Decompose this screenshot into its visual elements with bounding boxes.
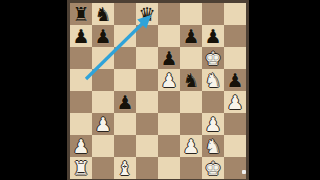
square-a3[interactable] xyxy=(70,113,92,135)
square-b8[interactable]: ♞ xyxy=(92,3,114,25)
square-c5[interactable] xyxy=(114,69,136,91)
square-g3[interactable]: ♟ xyxy=(202,113,224,135)
square-c7[interactable] xyxy=(114,25,136,47)
square-h7[interactable] xyxy=(224,25,246,47)
white-knight-g2: ♞ xyxy=(204,135,221,157)
black-pawn-a7: ♟ xyxy=(72,25,89,47)
square-d7[interactable] xyxy=(136,25,158,47)
square-e1[interactable] xyxy=(158,157,180,179)
square-a4[interactable] xyxy=(70,91,92,113)
white-rook-a1: ♜ xyxy=(72,157,89,179)
square-a6[interactable] xyxy=(70,47,92,69)
square-b4[interactable] xyxy=(92,91,114,113)
square-f7[interactable]: ♟ xyxy=(180,25,202,47)
black-pawn-f7: ♟ xyxy=(182,25,199,47)
white-pawn-g3: ♟ xyxy=(204,113,221,135)
square-f6[interactable] xyxy=(180,47,202,69)
square-b3[interactable]: ♟ xyxy=(92,113,114,135)
square-b2[interactable] xyxy=(92,135,114,157)
square-e7[interactable] xyxy=(158,25,180,47)
black-pawn-g7: ♟ xyxy=(204,25,221,47)
black-pawn-b7: ♟ xyxy=(94,25,111,47)
white-pawn-a2: ♟ xyxy=(72,135,89,157)
square-f2[interactable]: ♟ xyxy=(180,135,202,157)
white-bishop-c1: ♝ xyxy=(116,157,133,179)
black-pawn-c4: ♟ xyxy=(116,91,133,113)
square-e8[interactable] xyxy=(158,3,180,25)
square-a2[interactable]: ♟ xyxy=(70,135,92,157)
square-c2[interactable] xyxy=(114,135,136,157)
white-king-g1: ♚ xyxy=(204,157,221,179)
square-f8[interactable] xyxy=(180,3,202,25)
square-e3[interactable] xyxy=(158,113,180,135)
square-h1[interactable] xyxy=(224,157,246,179)
chess-board: ♜♞♛♟♟♟♟♟♚♟♞♞♟♟♟♟♟♟♟♞♜♝♚ xyxy=(70,3,246,179)
square-h5[interactable]: ♟ xyxy=(224,69,246,91)
square-c6[interactable] xyxy=(114,47,136,69)
white-pawn-f2: ♟ xyxy=(182,135,199,157)
square-d1[interactable] xyxy=(136,157,158,179)
square-h4[interactable]: ♟ xyxy=(224,91,246,113)
white-pawn-h4: ♟ xyxy=(226,91,243,113)
square-d4[interactable] xyxy=(136,91,158,113)
square-g5[interactable]: ♞ xyxy=(202,69,224,91)
black-pawn-h5: ♟ xyxy=(226,69,243,91)
square-b7[interactable]: ♟ xyxy=(92,25,114,47)
square-f3[interactable] xyxy=(180,113,202,135)
square-f4[interactable] xyxy=(180,91,202,113)
square-h3[interactable] xyxy=(224,113,246,135)
white-pawn-e5: ♟ xyxy=(160,69,177,91)
white-knight-g5: ♞ xyxy=(204,69,221,91)
square-g7[interactable]: ♟ xyxy=(202,25,224,47)
square-h6[interactable] xyxy=(224,47,246,69)
square-d6[interactable] xyxy=(136,47,158,69)
square-b6[interactable] xyxy=(92,47,114,69)
square-c4[interactable]: ♟ xyxy=(114,91,136,113)
square-e2[interactable] xyxy=(158,135,180,157)
square-a5[interactable] xyxy=(70,69,92,91)
square-d3[interactable] xyxy=(136,113,158,135)
square-a1[interactable]: ♜ xyxy=(70,157,92,179)
black-pawn-e6: ♟ xyxy=(160,47,177,69)
square-g8[interactable] xyxy=(202,3,224,25)
corner-dot xyxy=(242,170,246,174)
square-c8[interactable] xyxy=(114,3,136,25)
square-a7[interactable]: ♟ xyxy=(70,25,92,47)
square-d2[interactable] xyxy=(136,135,158,157)
square-d5[interactable] xyxy=(136,69,158,91)
square-e6[interactable]: ♟ xyxy=(158,47,180,69)
thumbnail-canvas: ♜♞♛♟♟♟♟♟♚♟♞♞♟♟♟♟♟♟♟♞♜♝♚ xyxy=(0,0,320,180)
square-e4[interactable] xyxy=(158,91,180,113)
square-c3[interactable] xyxy=(114,113,136,135)
square-h2[interactable] xyxy=(224,135,246,157)
square-f1[interactable] xyxy=(180,157,202,179)
square-a8[interactable]: ♜ xyxy=(70,3,92,25)
square-c1[interactable]: ♝ xyxy=(114,157,136,179)
square-g1[interactable]: ♚ xyxy=(202,157,224,179)
square-b1[interactable] xyxy=(92,157,114,179)
black-rook-a8: ♜ xyxy=(72,3,89,25)
square-e5[interactable]: ♟ xyxy=(158,69,180,91)
square-g2[interactable]: ♞ xyxy=(202,135,224,157)
black-knight-f5: ♞ xyxy=(182,69,199,91)
white-king-g6: ♚ xyxy=(204,47,221,69)
black-queen-d8: ♛ xyxy=(138,3,155,25)
white-pawn-b3: ♟ xyxy=(94,113,111,135)
square-h8[interactable] xyxy=(224,3,246,25)
square-g6[interactable]: ♚ xyxy=(202,47,224,69)
square-f5[interactable]: ♞ xyxy=(180,69,202,91)
square-b5[interactable] xyxy=(92,69,114,91)
black-knight-b8: ♞ xyxy=(94,3,111,25)
square-d8[interactable]: ♛ xyxy=(136,3,158,25)
square-g4[interactable] xyxy=(202,91,224,113)
